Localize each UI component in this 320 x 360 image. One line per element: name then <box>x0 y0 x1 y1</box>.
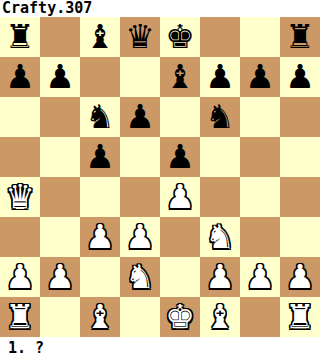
square-a3[interactable] <box>0 217 40 257</box>
square-f4[interactable] <box>200 177 240 217</box>
square-f7[interactable]: ♟ <box>200 57 240 97</box>
square-g6[interactable] <box>240 97 280 137</box>
move-prompt: 1. ? <box>0 337 320 360</box>
piece-white-king[interactable]: ♚ <box>165 297 195 337</box>
square-a8[interactable]: ♜ <box>0 17 40 57</box>
piece-black-bishop[interactable]: ♝ <box>165 57 195 97</box>
square-c8[interactable]: ♝ <box>80 17 120 57</box>
square-e1[interactable]: ♚ <box>160 297 200 337</box>
piece-white-pawn[interactable]: ♟ <box>5 257 35 297</box>
square-b3[interactable] <box>40 217 80 257</box>
square-c5[interactable]: ♟ <box>80 137 120 177</box>
square-g7[interactable]: ♟ <box>240 57 280 97</box>
piece-black-pawn[interactable]: ♟ <box>285 57 315 97</box>
piece-black-pawn[interactable]: ♟ <box>45 57 75 97</box>
square-h7[interactable]: ♟ <box>280 57 320 97</box>
square-a1[interactable]: ♜ <box>0 297 40 337</box>
square-e8[interactable]: ♚ <box>160 17 200 57</box>
square-f3[interactable]: ♞ <box>200 217 240 257</box>
piece-black-pawn[interactable]: ♟ <box>205 57 235 97</box>
square-h2[interactable]: ♟ <box>280 257 320 297</box>
square-d7[interactable] <box>120 57 160 97</box>
square-h1[interactable]: ♜ <box>280 297 320 337</box>
square-e5[interactable]: ♟ <box>160 137 200 177</box>
square-b5[interactable] <box>40 137 80 177</box>
square-a4[interactable]: ♛ <box>0 177 40 217</box>
square-g8[interactable] <box>240 17 280 57</box>
square-d5[interactable] <box>120 137 160 177</box>
piece-white-pawn[interactable]: ♟ <box>165 177 195 217</box>
square-b1[interactable] <box>40 297 80 337</box>
piece-black-knight[interactable]: ♞ <box>85 97 115 137</box>
square-g5[interactable] <box>240 137 280 177</box>
square-f5[interactable] <box>200 137 240 177</box>
square-c2[interactable] <box>80 257 120 297</box>
piece-black-bishop[interactable]: ♝ <box>85 17 115 57</box>
piece-white-rook[interactable]: ♜ <box>5 297 35 337</box>
square-e2[interactable] <box>160 257 200 297</box>
square-c4[interactable] <box>80 177 120 217</box>
square-h4[interactable] <box>280 177 320 217</box>
piece-white-queen[interactable]: ♛ <box>5 177 35 217</box>
square-g1[interactable] <box>240 297 280 337</box>
piece-white-pawn[interactable]: ♟ <box>285 257 315 297</box>
square-e7[interactable]: ♝ <box>160 57 200 97</box>
piece-black-rook[interactable]: ♜ <box>285 17 315 57</box>
square-e6[interactable] <box>160 97 200 137</box>
square-d2[interactable]: ♞ <box>120 257 160 297</box>
piece-black-pawn[interactable]: ♟ <box>125 97 155 137</box>
piece-white-pawn[interactable]: ♟ <box>45 257 75 297</box>
square-c6[interactable]: ♞ <box>80 97 120 137</box>
square-b6[interactable] <box>40 97 80 137</box>
piece-white-pawn[interactable]: ♟ <box>85 217 115 257</box>
square-g3[interactable] <box>240 217 280 257</box>
square-f1[interactable]: ♝ <box>200 297 240 337</box>
piece-white-bishop[interactable]: ♝ <box>205 297 235 337</box>
piece-white-knight[interactable]: ♞ <box>205 217 235 257</box>
square-a6[interactable] <box>0 97 40 137</box>
square-d6[interactable]: ♟ <box>120 97 160 137</box>
window-title: Crafty.307 <box>0 0 320 17</box>
square-b2[interactable]: ♟ <box>40 257 80 297</box>
square-b8[interactable] <box>40 17 80 57</box>
piece-white-pawn[interactable]: ♟ <box>245 257 275 297</box>
square-g2[interactable]: ♟ <box>240 257 280 297</box>
piece-white-rook[interactable]: ♜ <box>285 297 315 337</box>
square-b4[interactable] <box>40 177 80 217</box>
square-h8[interactable]: ♜ <box>280 17 320 57</box>
square-f2[interactable]: ♟ <box>200 257 240 297</box>
square-c7[interactable] <box>80 57 120 97</box>
square-d1[interactable] <box>120 297 160 337</box>
piece-white-pawn[interactable]: ♟ <box>125 217 155 257</box>
piece-black-rook[interactable]: ♜ <box>5 17 35 57</box>
square-a7[interactable]: ♟ <box>0 57 40 97</box>
piece-black-king[interactable]: ♚ <box>165 17 195 57</box>
square-e4[interactable]: ♟ <box>160 177 200 217</box>
square-e3[interactable] <box>160 217 200 257</box>
piece-black-queen[interactable]: ♛ <box>125 17 155 57</box>
square-c1[interactable]: ♝ <box>80 297 120 337</box>
piece-white-knight[interactable]: ♞ <box>125 257 155 297</box>
square-g4[interactable] <box>240 177 280 217</box>
xboard-window: Crafty.307 ♜♝♛♚♜♟♟♝♟♟♟♞♟♞♟♟♛♟♟♟♞♟♟♞♟♟♟♜♝… <box>0 0 320 360</box>
square-c3[interactable]: ♟ <box>80 217 120 257</box>
square-d8[interactable]: ♛ <box>120 17 160 57</box>
square-f8[interactable] <box>200 17 240 57</box>
piece-black-knight[interactable]: ♞ <box>205 97 235 137</box>
square-h3[interactable] <box>280 217 320 257</box>
piece-black-pawn[interactable]: ♟ <box>85 137 115 177</box>
square-a5[interactable] <box>0 137 40 177</box>
piece-white-pawn[interactable]: ♟ <box>205 257 235 297</box>
square-h5[interactable] <box>280 137 320 177</box>
square-d4[interactable] <box>120 177 160 217</box>
square-a2[interactable]: ♟ <box>0 257 40 297</box>
square-b7[interactable]: ♟ <box>40 57 80 97</box>
piece-black-pawn[interactable]: ♟ <box>5 57 35 97</box>
piece-white-bishop[interactable]: ♝ <box>85 297 115 337</box>
square-h6[interactable] <box>280 97 320 137</box>
square-d3[interactable]: ♟ <box>120 217 160 257</box>
square-f6[interactable]: ♞ <box>200 97 240 137</box>
chess-board: ♜♝♛♚♜♟♟♝♟♟♟♞♟♞♟♟♛♟♟♟♞♟♟♞♟♟♟♜♝♚♝♜ <box>0 17 320 337</box>
piece-black-pawn[interactable]: ♟ <box>165 137 195 177</box>
piece-black-pawn[interactable]: ♟ <box>245 57 275 97</box>
